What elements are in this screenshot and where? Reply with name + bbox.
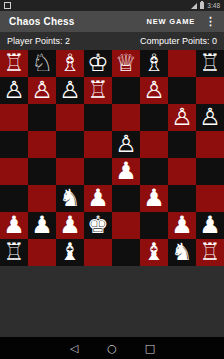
- board-square-f7[interactable]: ♙: [140, 77, 168, 104]
- board-square-e2[interactable]: [112, 212, 140, 239]
- board-square-h4[interactable]: [196, 158, 224, 185]
- recents-icon[interactable]: □: [144, 343, 156, 354]
- signal-icon: [191, 3, 197, 9]
- piece-white-pawn: ♟: [199, 212, 221, 239]
- board-square-g2[interactable]: ♟: [168, 212, 196, 239]
- piece-white-pawn: ♟: [59, 212, 81, 239]
- board-square-g4[interactable]: [168, 158, 196, 185]
- board-square-e1[interactable]: [112, 239, 140, 266]
- piece-white-king: ♚: [87, 212, 109, 239]
- board-square-c3[interactable]: ♞: [56, 185, 84, 212]
- battery-icon: [200, 2, 204, 9]
- piece-black-rook: ♖: [3, 239, 25, 266]
- piece-black-queen: ♕: [115, 50, 137, 77]
- player-points-label: Player Points: 2: [7, 36, 70, 46]
- board-square-f8[interactable]: ♗: [140, 50, 168, 77]
- board-square-e6[interactable]: [112, 104, 140, 131]
- piece-black-pawn: ♙: [115, 131, 137, 158]
- android-nav-bar: ◁ ○ □: [0, 337, 224, 359]
- board-square-b6[interactable]: [28, 104, 56, 131]
- piece-white-bishop: ♝: [59, 239, 81, 266]
- board-square-b8[interactable]: ♘: [28, 50, 56, 77]
- piece-white-knight: ♞: [171, 239, 193, 266]
- board-square-d4[interactable]: [84, 158, 112, 185]
- board-square-c6[interactable]: [56, 104, 84, 131]
- board-square-h2[interactable]: ♟: [196, 212, 224, 239]
- piece-black-pawn: ♙: [199, 104, 221, 131]
- piece-black-rook: ♖: [199, 239, 221, 266]
- overflow-menu-icon[interactable]: ⋮: [201, 14, 218, 29]
- board-square-g3[interactable]: [168, 185, 196, 212]
- board-square-a2[interactable]: ♟: [0, 212, 28, 239]
- piece-white-pawn: ♟: [115, 158, 137, 185]
- board-square-b4[interactable]: [28, 158, 56, 185]
- status-time: 3:48: [207, 2, 220, 9]
- board-square-g6[interactable]: ♙: [168, 104, 196, 131]
- board-square-d8[interactable]: ♔: [84, 50, 112, 77]
- piece-white-pawn: ♟: [3, 212, 25, 239]
- piece-white-knight: ♞: [59, 185, 81, 212]
- board-square-e3[interactable]: [112, 185, 140, 212]
- board-square-d7[interactable]: ♖: [84, 77, 112, 104]
- board-square-h3[interactable]: [196, 185, 224, 212]
- chess-board: ♖♘♗♔♕♗♖♙♙♙♖♙♙♙♙♟♞♟♟♟♟♟♚♟♟♖♝♝♞♖: [0, 50, 224, 266]
- board-square-a7[interactable]: ♙: [0, 77, 28, 104]
- board-square-d6[interactable]: [84, 104, 112, 131]
- board-square-e7[interactable]: [112, 77, 140, 104]
- board-square-g5[interactable]: [168, 131, 196, 158]
- board-square-b2[interactable]: ♟: [28, 212, 56, 239]
- board-square-a1[interactable]: ♖: [0, 239, 28, 266]
- board-square-d5[interactable]: [84, 131, 112, 158]
- piece-white-bishop: ♝: [143, 239, 165, 266]
- board-square-e8[interactable]: ♕: [112, 50, 140, 77]
- back-icon[interactable]: ◁: [68, 343, 80, 354]
- board-square-a3[interactable]: [0, 185, 28, 212]
- piece-white-pawn: ♟: [143, 185, 165, 212]
- background-area: [0, 266, 224, 337]
- board-square-d2[interactable]: ♚: [84, 212, 112, 239]
- piece-white-pawn: ♟: [87, 185, 109, 212]
- home-icon[interactable]: ○: [106, 343, 118, 354]
- board-square-a4[interactable]: [0, 158, 28, 185]
- app-bar: Chaos Chess NEW GAME ⋮: [0, 11, 224, 32]
- board-square-c5[interactable]: [56, 131, 84, 158]
- board-square-d3[interactable]: ♟: [84, 185, 112, 212]
- piece-black-king: ♔: [87, 50, 109, 77]
- board-square-f6[interactable]: [140, 104, 168, 131]
- board-square-g8[interactable]: [168, 50, 196, 77]
- piece-black-rook: ♖: [87, 77, 109, 104]
- board-square-e4[interactable]: ♟: [112, 158, 140, 185]
- piece-black-rook: ♖: [3, 50, 25, 77]
- computer-points-label: Computer Points: 0: [140, 36, 217, 46]
- piece-black-bishop: ♗: [59, 50, 81, 77]
- board-square-f2[interactable]: [140, 212, 168, 239]
- board-square-h1[interactable]: ♖: [196, 239, 224, 266]
- app-title: Chaos Chess: [9, 16, 141, 27]
- board-square-c8[interactable]: ♗: [56, 50, 84, 77]
- board-square-b3[interactable]: [28, 185, 56, 212]
- board-square-c1[interactable]: ♝: [56, 239, 84, 266]
- board-square-a6[interactable]: [0, 104, 28, 131]
- board-square-f5[interactable]: [140, 131, 168, 158]
- board-square-g1[interactable]: ♞: [168, 239, 196, 266]
- board-square-h8[interactable]: ♖: [196, 50, 224, 77]
- notification-icon: [4, 2, 11, 9]
- board-square-h5[interactable]: [196, 131, 224, 158]
- board-square-b7[interactable]: ♙: [28, 77, 56, 104]
- piece-black-pawn: ♙: [3, 77, 25, 104]
- board-square-a5[interactable]: [0, 131, 28, 158]
- board-square-c7[interactable]: ♙: [56, 77, 84, 104]
- board-square-b1[interactable]: [28, 239, 56, 266]
- piece-white-pawn: ♟: [31, 212, 53, 239]
- score-row: Player Points: 2 Computer Points: 0: [0, 32, 224, 50]
- board-square-h6[interactable]: ♙: [196, 104, 224, 131]
- board-square-c4[interactable]: [56, 158, 84, 185]
- board-square-e5[interactable]: ♙: [112, 131, 140, 158]
- board-square-g7[interactable]: [168, 77, 196, 104]
- piece-black-pawn: ♙: [59, 77, 81, 104]
- board-square-h7[interactable]: [196, 77, 224, 104]
- board-square-f4[interactable]: [140, 158, 168, 185]
- piece-white-pawn: ♟: [171, 212, 193, 239]
- piece-black-knight: ♘: [31, 50, 53, 77]
- board-square-f3[interactable]: ♟: [140, 185, 168, 212]
- board-square-c2[interactable]: ♟: [56, 212, 84, 239]
- board-square-d1[interactable]: [84, 239, 112, 266]
- piece-black-pawn: ♙: [31, 77, 53, 104]
- board-square-b5[interactable]: [28, 131, 56, 158]
- board-square-f1[interactable]: ♝: [140, 239, 168, 266]
- piece-black-bishop: ♗: [143, 50, 165, 77]
- piece-black-rook: ♖: [199, 50, 221, 77]
- new-game-button[interactable]: NEW GAME: [141, 13, 201, 30]
- piece-black-pawn: ♙: [171, 104, 193, 131]
- piece-black-pawn: ♙: [143, 77, 165, 104]
- status-bar: 3:48: [0, 0, 224, 11]
- board-square-a8[interactable]: ♖: [0, 50, 28, 77]
